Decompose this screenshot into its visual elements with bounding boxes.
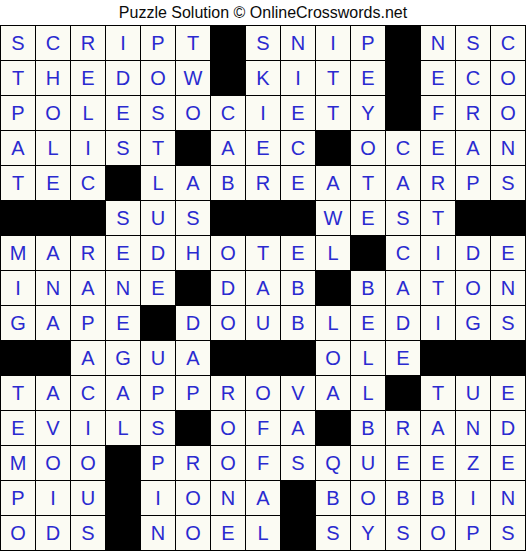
letter-cell-r12c8: F — [246, 411, 280, 445]
letter-cell-r2c8: K — [246, 61, 280, 95]
letter-cell-r13c6: R — [176, 446, 210, 480]
letter-cell-r15c2: D — [36, 516, 70, 550]
letter-cell-r3c7: C — [211, 96, 245, 130]
letter-cell-r11c1: T — [1, 376, 35, 410]
letter-cell-r15c15: S — [491, 516, 525, 550]
letter-cell-r10c3: A — [71, 341, 105, 375]
block-cell-r15c9 — [281, 516, 315, 550]
letter-cell-r14c7: N — [211, 481, 245, 515]
letter-cell-r5c10: A — [316, 166, 350, 200]
letter-cell-r7c14: D — [456, 236, 490, 270]
block-cell-r10c2 — [36, 341, 70, 375]
letter-cell-r3c1: P — [1, 96, 35, 130]
letter-cell-r8c14: O — [456, 271, 490, 305]
letter-cell-r8c8: A — [246, 271, 280, 305]
letter-cell-r1c10: I — [316, 26, 350, 60]
page-title: Puzzle Solution © OnlineCrosswords.net — [0, 0, 526, 25]
letter-cell-r1c2: C — [36, 26, 70, 60]
letter-cell-r11c8: O — [246, 376, 280, 410]
letter-cell-r11c10: A — [316, 376, 350, 410]
letter-cell-r13c2: O — [36, 446, 70, 480]
letter-cell-r3c6: O — [176, 96, 210, 130]
block-cell-r8c6 — [176, 271, 210, 305]
letter-cell-r3c13: F — [421, 96, 455, 130]
block-cell-r10c7 — [211, 341, 245, 375]
letter-cell-r3c5: S — [141, 96, 175, 130]
letter-cell-r14c1: P — [1, 481, 35, 515]
letter-cell-r7c13: I — [421, 236, 455, 270]
block-cell-r6c7 — [211, 201, 245, 235]
letter-cell-r15c1: O — [1, 516, 35, 550]
block-cell-r10c13 — [421, 341, 455, 375]
letter-cell-r10c6: A — [176, 341, 210, 375]
letter-cell-r8c12: A — [386, 271, 420, 305]
letter-cell-r12c13: A — [421, 411, 455, 445]
letter-cell-r7c3: R — [71, 236, 105, 270]
letter-cell-r15c14: P — [456, 516, 490, 550]
letter-cell-r1c9: N — [281, 26, 315, 60]
block-cell-r14c4 — [106, 481, 140, 515]
letter-cell-r7c9: E — [281, 236, 315, 270]
block-cell-r5c4 — [106, 166, 140, 200]
block-cell-r8c10 — [316, 271, 350, 305]
letter-cell-r9c9: B — [281, 306, 315, 340]
letter-cell-r13c9: S — [281, 446, 315, 480]
letter-cell-r11c9: V — [281, 376, 315, 410]
letter-cell-r4c3: I — [71, 131, 105, 165]
letter-cell-r10c11: L — [351, 341, 385, 375]
letter-cell-r6c6: S — [176, 201, 210, 235]
letter-cell-r9c13: I — [421, 306, 455, 340]
letter-cell-r3c4: E — [106, 96, 140, 130]
letter-cell-r2c5: O — [141, 61, 175, 95]
letter-cell-r1c13: N — [421, 26, 455, 60]
letter-cell-r11c15: E — [491, 376, 525, 410]
letter-cell-r15c8: L — [246, 516, 280, 550]
letter-cell-r5c15: S — [491, 166, 525, 200]
letter-cell-r6c4: S — [106, 201, 140, 235]
letter-cell-r15c5: N — [141, 516, 175, 550]
block-cell-r10c8 — [246, 341, 280, 375]
letter-cell-r7c4: E — [106, 236, 140, 270]
letter-cell-r11c7: R — [211, 376, 245, 410]
letter-cell-r6c11: E — [351, 201, 385, 235]
letter-cell-r2c15: O — [491, 61, 525, 95]
letter-cell-r13c7: O — [211, 446, 245, 480]
block-cell-r14c9 — [281, 481, 315, 515]
letter-cell-r9c12: D — [386, 306, 420, 340]
letter-cell-r7c5: D — [141, 236, 175, 270]
letter-cell-r8c5: E — [141, 271, 175, 305]
letter-cell-r1c15: C — [491, 26, 525, 60]
block-cell-r6c9 — [281, 201, 315, 235]
letter-cell-r1c14: S — [456, 26, 490, 60]
letter-cell-r8c3: A — [71, 271, 105, 305]
letter-cell-r15c10: S — [316, 516, 350, 550]
letter-cell-r14c2: I — [36, 481, 70, 515]
block-cell-r2c12 — [386, 61, 420, 95]
letter-cell-r7c15: E — [491, 236, 525, 270]
letter-cell-r13c13: E — [421, 446, 455, 480]
letter-cell-r8c2: N — [36, 271, 70, 305]
letter-cell-r9c11: E — [351, 306, 385, 340]
letter-cell-r14c3: U — [71, 481, 105, 515]
letter-cell-r4c1: A — [1, 131, 35, 165]
letter-cell-r13c10: Q — [316, 446, 350, 480]
letter-cell-r2c10: T — [316, 61, 350, 95]
letter-cell-r9c4: E — [106, 306, 140, 340]
letter-cell-r4c15: N — [491, 131, 525, 165]
letter-cell-r14c11: O — [351, 481, 385, 515]
letter-cell-r1c4: I — [106, 26, 140, 60]
letter-cell-r11c14: U — [456, 376, 490, 410]
letter-cell-r1c11: P — [351, 26, 385, 60]
letter-cell-r13c11: U — [351, 446, 385, 480]
block-cell-r2c7 — [211, 61, 245, 95]
letter-cell-r11c4: A — [106, 376, 140, 410]
letter-cell-r5c6: A — [176, 166, 210, 200]
letter-cell-r12c12: R — [386, 411, 420, 445]
letter-cell-r14c5: I — [141, 481, 175, 515]
letter-cell-r4c7: A — [211, 131, 245, 165]
block-cell-r4c10 — [316, 131, 350, 165]
letter-cell-r15c11: Y — [351, 516, 385, 550]
letter-cell-r7c1: M — [1, 236, 35, 270]
letter-cell-r8c4: N — [106, 271, 140, 305]
letter-cell-r3c2: O — [36, 96, 70, 130]
letter-cell-r6c10: W — [316, 201, 350, 235]
letter-cell-r10c12: E — [386, 341, 420, 375]
letter-cell-r8c7: D — [211, 271, 245, 305]
letter-cell-r9c10: L — [316, 306, 350, 340]
block-cell-r6c2 — [36, 201, 70, 235]
letter-cell-r12c15: D — [491, 411, 525, 445]
letter-cell-r13c5: P — [141, 446, 175, 480]
letter-cell-r15c7: E — [211, 516, 245, 550]
letter-cell-r8c13: T — [421, 271, 455, 305]
letter-cell-r12c1: E — [1, 411, 35, 445]
letter-cell-r4c11: O — [351, 131, 385, 165]
letter-cell-r14c12: B — [386, 481, 420, 515]
letter-cell-r12c11: B — [351, 411, 385, 445]
letter-cell-r4c4: S — [106, 131, 140, 165]
letter-cell-r2c4: D — [106, 61, 140, 95]
letter-cell-r5c2: E — [36, 166, 70, 200]
letter-cell-r2c3: E — [71, 61, 105, 95]
letter-cell-r9c8: U — [246, 306, 280, 340]
letter-cell-r4c8: E — [246, 131, 280, 165]
letter-cell-r3c8: I — [246, 96, 280, 130]
letter-cell-r15c12: S — [386, 516, 420, 550]
letter-cell-r12c3: I — [71, 411, 105, 445]
letter-cell-r6c5: U — [141, 201, 175, 235]
letter-cell-r6c13: T — [421, 201, 455, 235]
letter-cell-r4c2: L — [36, 131, 70, 165]
letter-cell-r9c1: G — [1, 306, 35, 340]
block-cell-r13c4 — [106, 446, 140, 480]
crossword-grid: SCRIPTSNIPNSCTHEDOWKITEECOPOLESOCIETYFRO… — [0, 25, 526, 551]
letter-cell-r12c7: O — [211, 411, 245, 445]
letter-cell-r10c5: U — [141, 341, 175, 375]
letter-cell-r9c14: G — [456, 306, 490, 340]
letter-cell-r7c10: L — [316, 236, 350, 270]
letter-cell-r11c11: L — [351, 376, 385, 410]
block-cell-r10c9 — [281, 341, 315, 375]
block-cell-r9c5 — [141, 306, 175, 340]
letter-cell-r14c8: A — [246, 481, 280, 515]
letter-cell-r12c2: V — [36, 411, 70, 445]
block-cell-r10c14 — [456, 341, 490, 375]
letter-cell-r1c8: S — [246, 26, 280, 60]
letter-cell-r14c14: I — [456, 481, 490, 515]
letter-cell-r3c15: O — [491, 96, 525, 130]
letter-cell-r13c1: M — [1, 446, 35, 480]
letter-cell-r12c4: L — [106, 411, 140, 445]
letter-cell-r6c12: S — [386, 201, 420, 235]
letter-cell-r13c15: E — [491, 446, 525, 480]
letter-cell-r11c5: P — [141, 376, 175, 410]
letter-cell-r4c9: C — [281, 131, 315, 165]
block-cell-r10c15 — [491, 341, 525, 375]
letter-cell-r14c13: B — [421, 481, 455, 515]
letter-cell-r5c7: B — [211, 166, 245, 200]
letter-cell-r4c12: C — [386, 131, 420, 165]
block-cell-r6c14 — [456, 201, 490, 235]
letter-cell-r10c10: O — [316, 341, 350, 375]
letter-cell-r3c14: R — [456, 96, 490, 130]
letter-cell-r2c2: H — [36, 61, 70, 95]
letter-cell-r14c15: N — [491, 481, 525, 515]
letter-cell-r3c3: L — [71, 96, 105, 130]
letter-cell-r5c12: A — [386, 166, 420, 200]
letter-cell-r8c9: B — [281, 271, 315, 305]
letter-cell-r5c8: R — [246, 166, 280, 200]
letter-cell-r13c8: F — [246, 446, 280, 480]
letter-cell-r9c7: O — [211, 306, 245, 340]
letter-cell-r12c5: S — [141, 411, 175, 445]
letter-cell-r12c14: N — [456, 411, 490, 445]
block-cell-r11c12 — [386, 376, 420, 410]
letter-cell-r4c13: E — [421, 131, 455, 165]
letter-cell-r15c6: O — [176, 516, 210, 550]
letter-cell-r5c11: T — [351, 166, 385, 200]
block-cell-r6c8 — [246, 201, 280, 235]
letter-cell-r5c9: E — [281, 166, 315, 200]
page: Puzzle Solution © OnlineCrosswords.net S… — [0, 0, 526, 551]
block-cell-r6c1 — [1, 201, 35, 235]
letter-cell-r1c1: S — [1, 26, 35, 60]
letter-cell-r13c14: Z — [456, 446, 490, 480]
letter-cell-r8c1: I — [1, 271, 35, 305]
letter-cell-r14c10: B — [316, 481, 350, 515]
block-cell-r10c1 — [1, 341, 35, 375]
letter-cell-r4c5: T — [141, 131, 175, 165]
block-cell-r4c6 — [176, 131, 210, 165]
letter-cell-r4c14: A — [456, 131, 490, 165]
letter-cell-r14c6: O — [176, 481, 210, 515]
letter-cell-r3c10: T — [316, 96, 350, 130]
letter-cell-r9c15: S — [491, 306, 525, 340]
letter-cell-r5c13: R — [421, 166, 455, 200]
letter-cell-r9c2: A — [36, 306, 70, 340]
letter-cell-r3c9: E — [281, 96, 315, 130]
letter-cell-r2c1: T — [1, 61, 35, 95]
letter-cell-r2c6: W — [176, 61, 210, 95]
letter-cell-r12c9: A — [281, 411, 315, 445]
letter-cell-r11c13: T — [421, 376, 455, 410]
letter-cell-r9c3: P — [71, 306, 105, 340]
letter-cell-r2c13: E — [421, 61, 455, 95]
letter-cell-r5c3: C — [71, 166, 105, 200]
letter-cell-r13c12: E — [386, 446, 420, 480]
block-cell-r7c11 — [351, 236, 385, 270]
letter-cell-r7c7: O — [211, 236, 245, 270]
letter-cell-r11c6: P — [176, 376, 210, 410]
letter-cell-r1c5: P — [141, 26, 175, 60]
letter-cell-r2c9: I — [281, 61, 315, 95]
block-cell-r15c4 — [106, 516, 140, 550]
letter-cell-r3c11: Y — [351, 96, 385, 130]
letter-cell-r5c1: T — [1, 166, 35, 200]
letter-cell-r7c2: A — [36, 236, 70, 270]
block-cell-r1c7 — [211, 26, 245, 60]
block-cell-r6c3 — [71, 201, 105, 235]
letter-cell-r5c14: P — [456, 166, 490, 200]
letter-cell-r7c12: C — [386, 236, 420, 270]
letter-cell-r15c3: S — [71, 516, 105, 550]
letter-cell-r8c15: N — [491, 271, 525, 305]
letter-cell-r8c11: B — [351, 271, 385, 305]
letter-cell-r7c6: H — [176, 236, 210, 270]
letter-cell-r2c11: E — [351, 61, 385, 95]
letter-cell-r11c2: A — [36, 376, 70, 410]
letter-cell-r9c6: D — [176, 306, 210, 340]
block-cell-r3c12 — [386, 96, 420, 130]
letter-cell-r1c6: T — [176, 26, 210, 60]
letter-cell-r7c8: T — [246, 236, 280, 270]
block-cell-r1c12 — [386, 26, 420, 60]
block-cell-r12c6 — [176, 411, 210, 445]
letter-cell-r2c14: C — [456, 61, 490, 95]
letter-cell-r10c4: G — [106, 341, 140, 375]
letter-cell-r1c3: R — [71, 26, 105, 60]
letter-cell-r13c3: O — [71, 446, 105, 480]
block-cell-r12c10 — [316, 411, 350, 445]
letter-cell-r5c5: L — [141, 166, 175, 200]
letter-cell-r15c13: O — [421, 516, 455, 550]
block-cell-r6c15 — [491, 201, 525, 235]
letter-cell-r11c3: C — [71, 376, 105, 410]
